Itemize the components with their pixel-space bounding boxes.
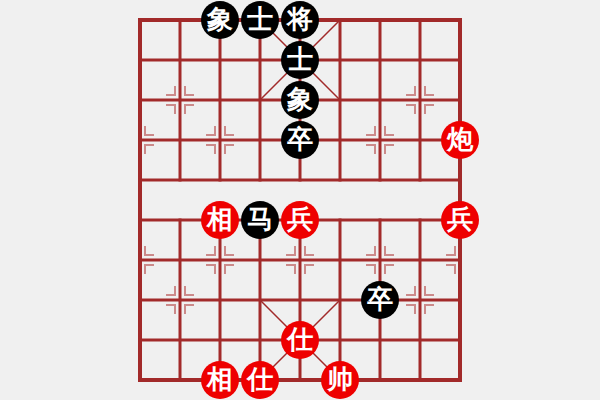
xiangqi-app: 象士将士象卒炮相马兵兵卒仕相仕帅 — [0, 0, 600, 400]
piece-red-pawn[interactable]: 兵 — [281, 201, 319, 239]
piece-red-advisor[interactable]: 仕 — [281, 321, 319, 359]
piece-red-pawn[interactable]: 兵 — [441, 201, 479, 239]
piece-black-elephant[interactable]: 象 — [201, 1, 239, 39]
piece-red-advisor[interactable]: 仕 — [241, 361, 279, 399]
piece-red-elephant[interactable]: 相 — [201, 361, 239, 399]
piece-black-advisor[interactable]: 士 — [241, 1, 279, 39]
piece-black-general[interactable]: 将 — [281, 1, 319, 39]
piece-black-pawn[interactable]: 卒 — [361, 281, 399, 319]
piece-black-pawn[interactable]: 卒 — [281, 121, 319, 159]
piece-red-general[interactable]: 帅 — [321, 361, 359, 399]
piece-red-elephant[interactable]: 相 — [201, 201, 239, 239]
piece-black-advisor[interactable]: 士 — [281, 41, 319, 79]
piece-black-elephant[interactable]: 象 — [281, 81, 319, 119]
pieces-layer: 象士将士象卒炮相马兵兵卒仕相仕帅 — [120, 0, 480, 400]
piece-black-horse[interactable]: 马 — [241, 201, 279, 239]
piece-red-cannon[interactable]: 炮 — [441, 121, 479, 159]
